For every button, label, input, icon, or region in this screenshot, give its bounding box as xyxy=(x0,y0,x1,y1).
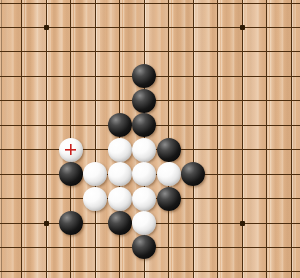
black-stone xyxy=(132,64,156,88)
white-stone xyxy=(59,138,83,162)
white-stone xyxy=(108,138,132,162)
stones-grid xyxy=(9,0,300,278)
black-stone xyxy=(132,235,156,259)
white-stone xyxy=(132,211,156,235)
black-stone xyxy=(59,211,83,235)
white-stone xyxy=(157,162,181,186)
white-stone xyxy=(83,162,107,186)
black-stone xyxy=(132,89,156,113)
white-stone xyxy=(108,187,132,211)
black-stone xyxy=(181,162,205,186)
black-stone xyxy=(59,162,83,186)
white-stone xyxy=(132,187,156,211)
black-stone xyxy=(108,113,132,137)
last-move-cross-marker xyxy=(65,144,76,155)
go-board[interactable] xyxy=(0,0,300,278)
white-stone xyxy=(132,138,156,162)
black-stone xyxy=(132,113,156,137)
black-stone xyxy=(108,211,132,235)
white-stone xyxy=(108,162,132,186)
white-stone xyxy=(132,162,156,186)
black-stone xyxy=(157,187,181,211)
white-stone xyxy=(83,187,107,211)
black-stone xyxy=(157,138,181,162)
